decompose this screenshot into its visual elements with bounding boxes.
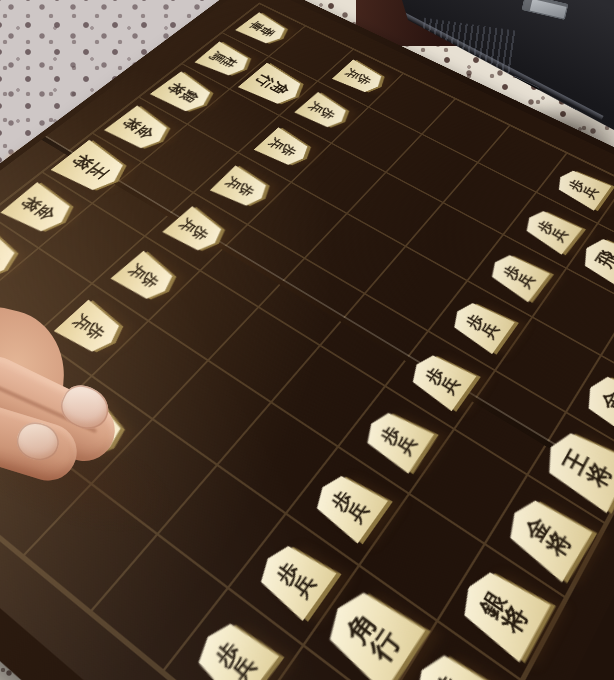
shogi-photo-scene: 香車桂馬銀将金将玉将金将銀将桂馬香車飛車角行歩兵歩兵歩兵歩兵歩兵歩兵歩兵歩兵歩兵… [0, 0, 614, 680]
kanji-char: 兵 [515, 271, 538, 290]
kanji-char: 将 [582, 459, 614, 491]
kanji-char: 桂 [429, 671, 462, 680]
kanji-char: 兵 [394, 433, 420, 457]
kanji-char: 兵 [478, 320, 502, 341]
kanji-char: 兵 [580, 184, 601, 200]
kanji-char: 兵 [438, 374, 463, 396]
laptop-sticker [522, 0, 568, 20]
kanji-char: 金 [598, 388, 614, 415]
kanji-char: 将 [498, 602, 532, 638]
kanji-char: 兵 [344, 498, 372, 525]
kanji-char: 兵 [549, 226, 571, 244]
kanji-char: 銀 [0, 247, 3, 269]
